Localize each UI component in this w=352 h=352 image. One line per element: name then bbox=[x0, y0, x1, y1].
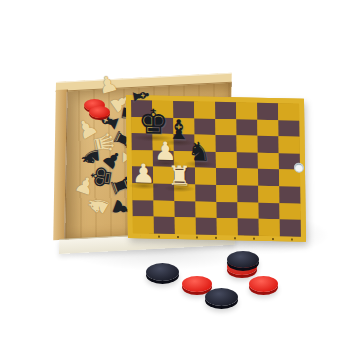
board-square bbox=[257, 119, 278, 136]
board-square bbox=[216, 185, 237, 202]
checker-disc-red bbox=[249, 276, 278, 292]
board-square bbox=[153, 200, 174, 217]
board-square bbox=[174, 201, 195, 218]
checker-disc-red bbox=[182, 276, 212, 292]
board-square bbox=[278, 103, 299, 120]
board-square bbox=[216, 201, 237, 218]
board-square bbox=[236, 119, 257, 136]
board-square bbox=[237, 152, 258, 169]
game-board: ♚♝♞♟♟♜ bbox=[126, 95, 306, 242]
board-square bbox=[237, 202, 258, 219]
board-square bbox=[279, 136, 300, 153]
board-square bbox=[216, 168, 237, 185]
board-square bbox=[258, 136, 279, 153]
board-square bbox=[258, 202, 279, 219]
board-square bbox=[215, 118, 236, 135]
chess-piece-black-king: ♚ bbox=[138, 104, 169, 139]
chess-piece-white-rook: ♜ bbox=[167, 162, 192, 190]
board-square bbox=[238, 219, 259, 236]
chess-piece-white-pawn: ♟ bbox=[132, 160, 156, 187]
board-square bbox=[195, 201, 216, 218]
board-square bbox=[279, 170, 300, 187]
board-square bbox=[215, 102, 236, 119]
tray-red-disc bbox=[89, 106, 110, 118]
board-finger-hole bbox=[294, 162, 304, 172]
board-square bbox=[237, 185, 258, 202]
board-square bbox=[195, 168, 216, 185]
board-square bbox=[237, 169, 258, 186]
board-square bbox=[194, 118, 215, 135]
board-square bbox=[194, 101, 215, 118]
checker-disc-black bbox=[205, 288, 238, 306]
board-square bbox=[258, 169, 279, 186]
board-square bbox=[279, 186, 300, 203]
board-square bbox=[280, 219, 301, 236]
board-square bbox=[195, 184, 216, 201]
board-square bbox=[216, 152, 237, 169]
board-square bbox=[278, 120, 299, 137]
board-square bbox=[279, 203, 300, 220]
board-square bbox=[154, 217, 175, 234]
board-square bbox=[196, 218, 217, 235]
tray-chess-piece: ♝ bbox=[128, 85, 152, 107]
board-square bbox=[132, 200, 153, 217]
board-square bbox=[236, 102, 257, 119]
board-square bbox=[259, 219, 280, 236]
product-photo: ♟♝♟♞♝♟♛♜♞♟♝♚♟♜♞♟♝♟ ♚♝♞♟♟♜ bbox=[0, 0, 352, 352]
checker-disc-black bbox=[227, 251, 259, 268]
board-square bbox=[217, 218, 238, 235]
board-square bbox=[216, 135, 237, 152]
board-square bbox=[133, 216, 154, 233]
board-square bbox=[175, 217, 196, 234]
board-square bbox=[258, 153, 279, 170]
board-square bbox=[258, 186, 279, 203]
board-square bbox=[237, 136, 258, 153]
board-square bbox=[257, 103, 278, 120]
checker-disc-black bbox=[146, 263, 179, 281]
